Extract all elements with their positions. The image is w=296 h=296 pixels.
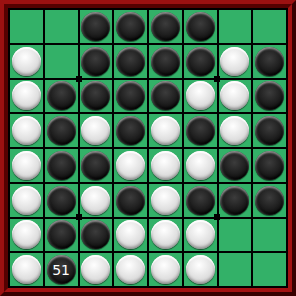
black-disc <box>47 81 76 110</box>
black-disc <box>220 151 249 180</box>
board-cell-h7[interactable] <box>253 219 286 252</box>
white-disc <box>151 220 180 249</box>
white-disc <box>186 151 215 180</box>
board-cell-d8 <box>114 253 147 286</box>
black-disc <box>116 186 145 215</box>
board-cell-d5 <box>114 149 147 182</box>
board-cell-b3 <box>45 80 78 113</box>
board-cell-f8 <box>184 253 217 286</box>
black-disc <box>151 12 180 41</box>
white-disc <box>12 220 41 249</box>
black-disc <box>255 151 284 180</box>
black-disc <box>116 116 145 145</box>
board-cell-a3 <box>10 80 43 113</box>
white-disc <box>220 47 249 76</box>
white-disc <box>116 255 145 284</box>
board-cell-b2[interactable] <box>45 45 78 78</box>
black-disc <box>81 12 110 41</box>
black-disc <box>186 12 215 41</box>
board-frame: 51 <box>0 0 296 296</box>
board-cell-d2 <box>114 45 147 78</box>
board-cell-b5 <box>45 149 78 182</box>
board-cell-e6 <box>149 184 182 217</box>
board-cell-c2 <box>80 45 113 78</box>
board-cell-c8 <box>80 253 113 286</box>
black-disc <box>81 151 110 180</box>
board-cell-b6 <box>45 184 78 217</box>
star-point-bottom-left <box>76 214 82 220</box>
black-disc <box>255 47 284 76</box>
star-point-top-left <box>76 76 82 82</box>
board-cell-e4 <box>149 114 182 147</box>
white-disc <box>186 220 215 249</box>
white-disc <box>220 116 249 145</box>
white-disc <box>151 151 180 180</box>
black-disc <box>81 81 110 110</box>
board-cell-d3 <box>114 80 147 113</box>
board-cell-b8: 51 <box>45 253 78 286</box>
white-disc <box>81 255 110 284</box>
black-disc <box>186 186 215 215</box>
black-disc <box>81 47 110 76</box>
board-cell-a6 <box>10 184 43 217</box>
board-cell-f5 <box>184 149 217 182</box>
board-cell-g4 <box>219 114 252 147</box>
board-cell-e7 <box>149 219 182 252</box>
board-cell-b4 <box>45 114 78 147</box>
board-cell-c3 <box>80 80 113 113</box>
board-cell-g1[interactable] <box>219 10 252 43</box>
board-cell-h2 <box>253 45 286 78</box>
board-cell-e3 <box>149 80 182 113</box>
board-cell-f3 <box>184 80 217 113</box>
board-cell-h8[interactable] <box>253 253 286 286</box>
board-cell-a5 <box>10 149 43 182</box>
star-point-bottom-right <box>214 214 220 220</box>
board-cell-b7 <box>45 219 78 252</box>
white-disc <box>151 255 180 284</box>
board-cell-a8 <box>10 253 43 286</box>
black-disc <box>255 116 284 145</box>
board-cell-h4 <box>253 114 286 147</box>
black-disc <box>255 81 284 110</box>
board-cell-f1 <box>184 10 217 43</box>
board-cell-a4 <box>10 114 43 147</box>
board-cell-a2 <box>10 45 43 78</box>
board-cell-d7 <box>114 219 147 252</box>
white-disc <box>12 151 41 180</box>
white-disc <box>220 81 249 110</box>
board-cell-f4 <box>184 114 217 147</box>
board-cell-g6 <box>219 184 252 217</box>
board-frame-inner-bevel: 51 <box>4 4 292 292</box>
black-disc <box>186 116 215 145</box>
board-cell-g5 <box>219 149 252 182</box>
black-disc <box>116 12 145 41</box>
black-disc <box>116 47 145 76</box>
board-cell-h3 <box>253 80 286 113</box>
black-disc <box>186 47 215 76</box>
board-cell-c6 <box>80 184 113 217</box>
white-disc <box>81 116 110 145</box>
board-cell-c7 <box>80 219 113 252</box>
board-cell-d4 <box>114 114 147 147</box>
black-disc <box>151 47 180 76</box>
board-cell-f2 <box>184 45 217 78</box>
board-cell-e2 <box>149 45 182 78</box>
white-disc <box>12 186 41 215</box>
white-disc <box>12 116 41 145</box>
board-cell-e8 <box>149 253 182 286</box>
black-disc <box>47 220 76 249</box>
board-cell-d6 <box>114 184 147 217</box>
white-disc <box>12 81 41 110</box>
star-point-top-right <box>214 76 220 82</box>
board-cell-g2 <box>219 45 252 78</box>
last-move-number: 51 <box>52 263 70 277</box>
board-cell-c4 <box>80 114 113 147</box>
board-cell-c1 <box>80 10 113 43</box>
board-cell-g3 <box>219 80 252 113</box>
board-cell-e1 <box>149 10 182 43</box>
white-disc <box>81 186 110 215</box>
board-cell-h6 <box>253 184 286 217</box>
white-disc <box>186 81 215 110</box>
board-cell-a7 <box>10 219 43 252</box>
black-disc <box>255 186 284 215</box>
black-disc <box>47 116 76 145</box>
black-disc <box>220 186 249 215</box>
board-cell-h1[interactable] <box>253 10 286 43</box>
black-disc <box>81 220 110 249</box>
board-cell-e5 <box>149 149 182 182</box>
white-disc <box>12 255 41 284</box>
board-cell-f6 <box>184 184 217 217</box>
othello-board: 51 <box>10 10 286 286</box>
white-disc <box>116 220 145 249</box>
white-disc <box>151 186 180 215</box>
white-disc <box>12 47 41 76</box>
black-disc <box>151 81 180 110</box>
board-cell-a1[interactable] <box>10 10 43 43</box>
black-disc <box>47 186 76 215</box>
black-disc <box>47 151 76 180</box>
board-cell-g7[interactable] <box>219 219 252 252</box>
board-cell-h5 <box>253 149 286 182</box>
white-disc <box>151 116 180 145</box>
black-disc: 51 <box>47 255 76 284</box>
black-disc <box>116 81 145 110</box>
board-area: 51 <box>8 8 288 288</box>
board-cell-c5 <box>80 149 113 182</box>
board-cell-f7 <box>184 219 217 252</box>
board-cell-b1[interactable] <box>45 10 78 43</box>
white-disc <box>116 151 145 180</box>
board-cell-g8[interactable] <box>219 253 252 286</box>
board-cell-d1 <box>114 10 147 43</box>
white-disc <box>186 255 215 284</box>
